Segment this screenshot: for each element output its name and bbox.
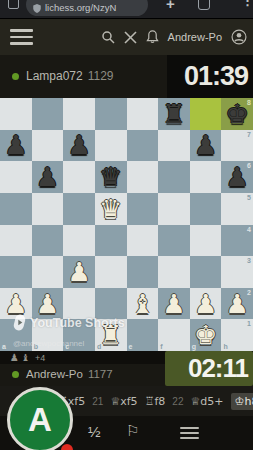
header-actions: Andrew-Po <box>101 19 247 55</box>
subscribe-dot <box>61 444 73 450</box>
square-f2[interactable]: ♟ <box>158 288 190 320</box>
hamburger-menu-icon[interactable] <box>10 29 33 45</box>
square-h6[interactable]: ♟6 <box>221 161 253 193</box>
piece-white-king: ♚ <box>194 322 217 348</box>
channel-avatar-letter: A <box>28 401 52 439</box>
move-number: 21 <box>92 396 103 407</box>
move-current[interactable]: ♔h8 <box>231 393 253 410</box>
coordinate-file-e: e <box>129 343 133 350</box>
square-d5[interactable]: ♛ <box>95 193 127 225</box>
watermark-handle: @andrewpochannel <box>13 339 84 348</box>
coordinate-rank-7: 7 <box>247 131 251 138</box>
square-d4[interactable] <box>95 225 127 257</box>
piece-white-pawn: ♟ <box>162 291 185 317</box>
square-c3[interactable]: ♟ <box>63 256 95 288</box>
square-d8[interactable] <box>95 98 127 130</box>
offer-draw-button[interactable]: ½ <box>88 423 101 440</box>
move[interactable]: ♖f8 <box>145 395 166 408</box>
search-icon[interactable] <box>101 30 115 44</box>
coordinate-rank-6: 6 <box>247 162 251 169</box>
square-e4[interactable] <box>127 225 159 257</box>
piece-black-queen: ♛ <box>99 164 122 190</box>
piece-black-pawn: ♟ <box>4 132 27 158</box>
square-a8[interactable] <box>0 98 32 130</box>
coordinate-rank-4: 4 <box>247 226 251 233</box>
online-indicator <box>12 371 19 378</box>
player-rating: 1177 <box>88 368 113 380</box>
captured-piece-icon-0: ♟ <box>10 353 19 363</box>
square-a7[interactable]: ♟ <box>0 130 32 162</box>
player-clock-active: 02:11 <box>165 351 253 386</box>
square-e7[interactable] <box>127 130 159 162</box>
piece-black-pawn: ♟ <box>226 164 249 190</box>
player-clock-time: 02:11 <box>188 353 248 384</box>
square-a2[interactable]: ♟ <box>0 288 32 320</box>
url-text: lichess.org/NzyN <box>45 2 116 13</box>
square-g5[interactable] <box>190 193 222 225</box>
move[interactable]: ♕xf5 <box>110 395 137 408</box>
captured-piece-icon-1: ♝ <box>21 353 30 363</box>
square-b6[interactable]: ♟ <box>32 161 64 193</box>
square-h2[interactable]: ♟2 <box>221 288 253 320</box>
bell-icon[interactable] <box>146 30 159 44</box>
square-h8[interactable]: ♚8 <box>221 98 253 130</box>
coordinate-rank-5: 5 <box>247 194 251 201</box>
square-f4[interactable] <box>158 225 190 257</box>
square-e3[interactable] <box>127 256 159 288</box>
square-g7[interactable]: ♟ <box>190 130 222 162</box>
piece-black-pawn: ♟ <box>194 132 217 158</box>
square-c4[interactable] <box>63 225 95 257</box>
move[interactable]: ♕d5+ <box>190 395 223 408</box>
square-e1[interactable]: e <box>127 319 159 351</box>
app-header: Andrew-Po <box>0 19 253 55</box>
square-e5[interactable] <box>127 193 159 225</box>
square-b8[interactable] <box>32 98 64 130</box>
online-indicator <box>12 73 19 80</box>
square-f6[interactable] <box>158 161 190 193</box>
new-tab-icon[interactable]: + <box>166 0 175 12</box>
square-a5[interactable] <box>0 193 32 225</box>
piece-black-king: ♚ <box>226 101 249 127</box>
coordinate-file-f: f <box>160 343 162 350</box>
captured-pieces: ♟♝ <box>10 353 30 363</box>
opponent-rating: 1129 <box>88 69 114 83</box>
square-h4[interactable]: 4 <box>221 225 253 257</box>
coordinate-rank-2: 2 <box>247 289 251 296</box>
square-c2[interactable] <box>63 288 95 320</box>
opponent-clock-time: 01:39 <box>184 61 248 92</box>
square-g2[interactable]: ♟ <box>190 288 222 320</box>
avatar-icon[interactable] <box>231 29 247 45</box>
move-number: 22 <box>172 396 183 407</box>
chess-board: ♜♚8♟♟♟7♟♛♟6♛54♟3♟♟♝♟♟♟2abc♜def♚g1h <box>0 98 253 351</box>
square-a3[interactable] <box>0 256 32 288</box>
square-b7[interactable] <box>32 130 64 162</box>
header-username[interactable]: Andrew-Po <box>168 31 222 43</box>
coordinate-rank-8: 8 <box>247 99 251 106</box>
url-bar[interactable]: lichess.org/NzyN <box>26 0 148 16</box>
move-list: ♖xf521♕xf5♖f822♕d5+♔h8 <box>58 393 253 410</box>
square-e2[interactable]: ♝ <box>127 288 159 320</box>
square-c8[interactable] <box>63 98 95 130</box>
square-c6[interactable] <box>63 161 95 193</box>
player-name[interactable]: Andrew-Po1177 <box>26 368 113 380</box>
square-h7[interactable]: 7 <box>221 130 253 162</box>
square-a4[interactable] <box>0 225 32 257</box>
square-g4[interactable] <box>190 225 222 257</box>
square-h1[interactable]: 1h <box>221 319 253 351</box>
coordinate-file-a: a <box>2 343 6 350</box>
square-d7[interactable] <box>95 130 127 162</box>
square-f5[interactable] <box>158 193 190 225</box>
shield-icon <box>33 4 41 13</box>
square-d6[interactable]: ♛ <box>95 161 127 193</box>
game-menu-icon[interactable] <box>180 427 199 439</box>
browser-home-icon[interactable] <box>8 0 19 9</box>
piece-white-rook: ♜ <box>99 322 122 348</box>
opponent-clock: 01:39 <box>167 55 253 98</box>
square-f8[interactable]: ♜ <box>158 98 190 130</box>
square-a6[interactable] <box>0 161 32 193</box>
square-d2[interactable] <box>95 288 127 320</box>
square-c5[interactable] <box>63 193 95 225</box>
resign-flag-icon[interactable]: ⚐ <box>126 422 139 440</box>
coordinate-file-d: d <box>97 343 101 350</box>
square-d3[interactable] <box>95 256 127 288</box>
piece-white-pawn: ♟ <box>4 291 27 317</box>
channel-avatar[interactable]: A <box>7 387 73 450</box>
lichess-game-screen: lichess.org/NzyN + ⋮ Andrew-Po <box>0 0 253 450</box>
square-g1[interactable]: ♚g <box>190 319 222 351</box>
piece-white-pawn: ♟ <box>36 291 59 317</box>
browser-menu-icon[interactable]: ⋮ <box>241 0 253 8</box>
square-f7[interactable] <box>158 130 190 162</box>
piece-white-pawn: ♟ <box>194 291 217 317</box>
square-b4[interactable] <box>32 225 64 257</box>
square-g8[interactable] <box>190 98 222 130</box>
material-advantage-row: ♟♝ +4 <box>0 351 165 364</box>
tab-switcher-icon[interactable] <box>198 0 210 10</box>
square-b3[interactable] <box>32 256 64 288</box>
browser-bar: lichess.org/NzyN + ⋮ <box>0 0 253 19</box>
piece-black-rook: ♜ <box>162 101 185 127</box>
coordinate-file-h: h <box>223 343 227 350</box>
opponent-name[interactable]: Lampa0721129 <box>26 69 114 83</box>
square-h5[interactable]: 5 <box>221 193 253 225</box>
square-f3[interactable] <box>158 256 190 288</box>
square-b2[interactable]: ♟ <box>32 288 64 320</box>
square-f1[interactable]: f <box>158 319 190 351</box>
material-advantage-value: +4 <box>35 353 45 363</box>
square-e8[interactable] <box>127 98 159 130</box>
piece-white-queen: ♛ <box>99 196 122 222</box>
coordinate-file-g: g <box>192 343 196 350</box>
square-c7[interactable]: ♟ <box>63 130 95 162</box>
piece-white-pawn: ♟ <box>226 291 249 317</box>
piece-black-pawn: ♟ <box>36 164 59 190</box>
square-g3[interactable] <box>190 256 222 288</box>
square-b5[interactable] <box>32 193 64 225</box>
coordinate-rank-1: 1 <box>247 320 251 327</box>
piece-white-bishop: ♝ <box>131 291 154 317</box>
square-g6[interactable] <box>190 161 222 193</box>
square-h3[interactable]: 3 <box>221 256 253 288</box>
piece-white-pawn: ♟ <box>67 259 90 285</box>
crossed-swords-icon[interactable] <box>124 31 137 44</box>
square-e6[interactable] <box>127 161 159 193</box>
coordinate-rank-3: 3 <box>247 257 251 264</box>
piece-black-pawn: ♟ <box>67 132 90 158</box>
square-d1[interactable]: ♜d <box>95 319 127 351</box>
